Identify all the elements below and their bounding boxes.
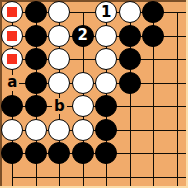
board-point-2-5[interactable] bbox=[48, 118, 72, 142]
board-point-5-0[interactable] bbox=[118, 1, 142, 25]
black-stone[interactable] bbox=[1, 95, 23, 117]
board-point-0-1[interactable] bbox=[1, 24, 25, 48]
black-stone[interactable] bbox=[72, 142, 94, 164]
white-stone[interactable] bbox=[48, 72, 70, 94]
white-stone[interactable] bbox=[72, 119, 94, 141]
white-stone[interactable]: 1 bbox=[95, 1, 117, 23]
board-point-1-7[interactable] bbox=[24, 165, 48, 188]
board-point-1-1[interactable] bbox=[24, 24, 48, 48]
move-number-label: 1 bbox=[101, 5, 111, 20]
board-point-5-1[interactable] bbox=[118, 24, 142, 48]
black-stone[interactable] bbox=[25, 48, 47, 70]
white-stone[interactable] bbox=[72, 95, 94, 117]
board-point-6-7[interactable] bbox=[142, 165, 166, 188]
white-stone[interactable] bbox=[48, 48, 70, 70]
board-point-3-0[interactable] bbox=[71, 1, 95, 25]
red-square-mark-icon bbox=[7, 7, 17, 17]
board-point-7-7[interactable] bbox=[165, 165, 188, 188]
board-point-2-2[interactable] bbox=[48, 48, 72, 72]
board-point-6-3[interactable] bbox=[142, 71, 166, 95]
board-point-7-3[interactable] bbox=[165, 71, 188, 95]
board-point-5-6[interactable] bbox=[118, 142, 142, 166]
board-point-2-0[interactable] bbox=[48, 1, 72, 25]
board-point-3-2[interactable] bbox=[71, 48, 95, 72]
white-stone[interactable] bbox=[72, 72, 94, 94]
black-stone[interactable] bbox=[48, 142, 70, 164]
board-point-7-2[interactable] bbox=[165, 48, 188, 72]
black-stone[interactable] bbox=[25, 72, 47, 94]
black-stone[interactable] bbox=[25, 95, 47, 117]
board-point-5-7[interactable] bbox=[118, 165, 142, 188]
board-point-7-4[interactable] bbox=[165, 95, 188, 119]
black-stone[interactable] bbox=[119, 48, 141, 70]
point-label-b: b bbox=[52, 98, 67, 114]
white-stone[interactable] bbox=[1, 25, 23, 47]
board-point-0-2[interactable] bbox=[1, 48, 25, 72]
board-point-2-3[interactable] bbox=[48, 71, 72, 95]
board-intersections: 12ab bbox=[1, 1, 189, 189]
go-board: 12ab bbox=[0, 0, 188, 188]
board-point-3-5[interactable] bbox=[71, 118, 95, 142]
white-stone[interactable] bbox=[95, 25, 117, 47]
white-stone[interactable] bbox=[1, 48, 23, 70]
board-point-6-6[interactable] bbox=[142, 142, 166, 166]
board-point-0-4[interactable] bbox=[1, 95, 25, 119]
red-square-mark-icon bbox=[7, 54, 17, 64]
board-point-1-6[interactable] bbox=[24, 142, 48, 166]
board-point-0-5[interactable] bbox=[1, 118, 25, 142]
board-point-2-4[interactable]: b bbox=[48, 95, 72, 119]
board-point-4-2[interactable] bbox=[95, 48, 119, 72]
black-stone[interactable] bbox=[142, 25, 164, 47]
board-point-1-4[interactable] bbox=[24, 95, 48, 119]
board-point-3-7[interactable] bbox=[71, 165, 95, 188]
black-stone[interactable] bbox=[25, 1, 47, 23]
board-point-5-4[interactable] bbox=[118, 95, 142, 119]
board-point-4-7[interactable] bbox=[95, 165, 119, 188]
black-stone[interactable]: 2 bbox=[72, 25, 94, 47]
black-stone[interactable] bbox=[95, 95, 117, 117]
black-stone[interactable] bbox=[119, 72, 141, 94]
white-stone[interactable] bbox=[25, 119, 47, 141]
board-point-0-6[interactable] bbox=[1, 142, 25, 166]
board-point-4-1[interactable] bbox=[95, 24, 119, 48]
board-point-4-6[interactable] bbox=[95, 142, 119, 166]
board-point-2-6[interactable] bbox=[48, 142, 72, 166]
board-point-1-5[interactable] bbox=[24, 118, 48, 142]
white-stone[interactable] bbox=[95, 48, 117, 70]
board-point-4-3[interactable] bbox=[95, 71, 119, 95]
board-point-6-5[interactable] bbox=[142, 118, 166, 142]
black-stone[interactable] bbox=[95, 142, 117, 164]
white-stone[interactable] bbox=[1, 119, 23, 141]
board-point-6-0[interactable] bbox=[142, 1, 166, 25]
white-stone[interactable] bbox=[48, 1, 70, 23]
white-stone[interactable] bbox=[119, 1, 141, 23]
white-stone[interactable] bbox=[48, 25, 70, 47]
black-stone[interactable] bbox=[25, 142, 47, 164]
black-stone[interactable] bbox=[142, 1, 164, 23]
point-label-a: a bbox=[5, 75, 19, 91]
board-point-7-5[interactable] bbox=[165, 118, 188, 142]
board-point-4-0[interactable]: 1 bbox=[95, 1, 119, 25]
board-point-1-0[interactable] bbox=[24, 1, 48, 25]
board-point-4-5[interactable] bbox=[95, 118, 119, 142]
board-point-5-5[interactable] bbox=[118, 118, 142, 142]
board-point-1-2[interactable] bbox=[24, 48, 48, 72]
white-stone[interactable] bbox=[95, 72, 117, 94]
board-point-1-3[interactable] bbox=[24, 71, 48, 95]
board-point-7-0[interactable] bbox=[165, 1, 188, 25]
move-number-label: 2 bbox=[78, 28, 88, 43]
board-point-0-7[interactable] bbox=[1, 165, 25, 188]
board-point-5-2[interactable] bbox=[118, 48, 142, 72]
board-point-4-4[interactable] bbox=[95, 95, 119, 119]
board-point-2-1[interactable] bbox=[48, 24, 72, 48]
black-stone[interactable] bbox=[119, 25, 141, 47]
board-point-2-7[interactable] bbox=[48, 165, 72, 188]
white-stone[interactable] bbox=[48, 119, 70, 141]
board-point-3-6[interactable] bbox=[71, 142, 95, 166]
board-point-3-4[interactable] bbox=[71, 95, 95, 119]
black-stone[interactable] bbox=[25, 25, 47, 47]
board-point-3-1[interactable]: 2 bbox=[71, 24, 95, 48]
board-point-6-4[interactable] bbox=[142, 95, 166, 119]
white-stone[interactable] bbox=[1, 1, 23, 23]
board-point-7-1[interactable] bbox=[165, 24, 188, 48]
board-point-7-6[interactable] bbox=[165, 142, 188, 166]
board-point-6-2[interactable] bbox=[142, 48, 166, 72]
red-square-mark-icon bbox=[7, 31, 17, 41]
black-stone[interactable] bbox=[95, 119, 117, 141]
black-stone[interactable] bbox=[1, 142, 23, 164]
board-point-3-3[interactable] bbox=[71, 71, 95, 95]
board-point-0-3[interactable]: a bbox=[1, 71, 25, 95]
board-point-0-0[interactable] bbox=[1, 1, 25, 25]
board-point-5-3[interactable] bbox=[118, 71, 142, 95]
board-point-6-1[interactable] bbox=[142, 24, 166, 48]
